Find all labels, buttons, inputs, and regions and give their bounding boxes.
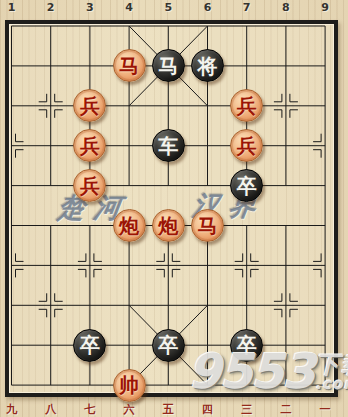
piece-black-soldier-f7r5[interactable]: 卒	[230, 169, 263, 202]
piece-red-soldier-f3r4[interactable]: 兵	[73, 129, 106, 162]
xiangqi-screenshot: 楚河 汉界 123456789 九八七六五四三二一 马马将兵兵兵车兵兵卒炮炮马卒…	[0, 0, 348, 417]
piece-black-soldier-f5r9[interactable]: 卒	[152, 329, 185, 362]
piece-red-horse-f6r6[interactable]: 马	[191, 209, 224, 242]
piece-red-soldier-f3r5[interactable]: 兵	[73, 169, 106, 202]
watermark-side: 下载 .com	[316, 354, 348, 392]
piece-red-cannon-f4r6[interactable]: 炮	[113, 209, 146, 242]
piece-red-general-f4r10[interactable]: 帅	[113, 369, 146, 402]
piece-black-horse-f5r2[interactable]: 马	[152, 49, 185, 82]
watermark-number: 9553	[188, 349, 314, 393]
piece-black-soldier-f3r9[interactable]: 卒	[73, 329, 106, 362]
piece-red-soldier-f7r3[interactable]: 兵	[230, 89, 263, 122]
piece-black-chariot-f5r4[interactable]: 车	[152, 129, 185, 162]
site-watermark: 9553 下载 .com	[188, 349, 348, 393]
piece-red-horse-f4r2[interactable]: 马	[113, 49, 146, 82]
piece-black-general-f6r2[interactable]: 将	[191, 49, 224, 82]
piece-red-soldier-f3r3[interactable]: 兵	[73, 89, 106, 122]
watermark-word: 下载	[316, 354, 348, 377]
watermark-tld: .com	[316, 377, 348, 392]
piece-red-cannon-f5r6[interactable]: 炮	[152, 209, 185, 242]
piece-red-soldier-f7r4[interactable]: 兵	[230, 129, 263, 162]
